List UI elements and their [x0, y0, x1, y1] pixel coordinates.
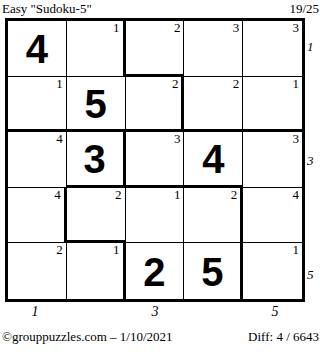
corner-number: 3 [174, 131, 181, 146]
corner-number: 2 [231, 187, 238, 202]
corner-number: 2 [115, 187, 122, 202]
cell-r4c5[interactable]: 4 [243, 188, 302, 244]
corner-number: 1 [174, 187, 181, 202]
cell-r1c5[interactable]: 3 [243, 21, 302, 77]
cell-r5c5[interactable]: 1 [243, 243, 302, 299]
titlebar: Easy "Sudoku-5" 19/25 [0, 0, 320, 16]
cell-r3c1[interactable]: 4 [8, 132, 67, 188]
row-label-5: 5 [307, 267, 319, 282]
cell-r5c1[interactable]: 2 [8, 243, 67, 299]
cell-r4c1[interactable]: 4 [8, 188, 67, 244]
col-label-3: 3 [145, 304, 165, 320]
cell-r4c2[interactable]: 2 [67, 188, 126, 244]
corner-number: 4 [292, 187, 299, 202]
col-label-5: 5 [265, 304, 285, 320]
cell-r1c3[interactable]: 2 [126, 21, 185, 77]
row-label-3: 3 [307, 153, 319, 168]
row-label-1: 1 [307, 39, 319, 54]
corner-number: 1 [113, 242, 120, 257]
cell-r2c4[interactable]: 2 [184, 77, 243, 133]
corner-number: 3 [233, 20, 240, 35]
big-digit: 2 [143, 250, 165, 292]
big-digit: 3 [84, 137, 106, 179]
cell-r1c4[interactable]: 3 [184, 21, 243, 77]
cell-r5c3[interactable]: 2 [126, 243, 185, 299]
corner-number: 1 [292, 76, 299, 91]
corner-number: 4 [56, 131, 63, 146]
clue-counter: 19/25 [289, 1, 319, 16]
puzzle-page: Easy "Sudoku-5" 19/25 412331522143343421… [0, 0, 320, 355]
cell-r4c4[interactable]: 2 [184, 188, 243, 244]
cell-r2c1[interactable]: 1 [8, 77, 67, 133]
big-digit: 5 [85, 82, 107, 124]
corner-number: 4 [54, 187, 61, 202]
cell-r3c3[interactable]: 3 [126, 132, 185, 188]
corner-number: 3 [292, 20, 299, 35]
cell-r3c5[interactable]: 3 [243, 132, 302, 188]
big-digit: 5 [201, 250, 223, 292]
sudoku-grid: 4123315221433434212421251 [5, 18, 305, 302]
cell-r2c5[interactable]: 1 [243, 77, 302, 133]
corner-number: 2 [174, 20, 181, 35]
difficulty-text: Diff: 4 / 6643 [248, 329, 319, 345]
cell-r5c2[interactable]: 1 [67, 243, 126, 299]
footer: ©grouppuzzles.com – 1/10/2021 Diff: 4 / … [2, 329, 319, 345]
corner-number: 2 [56, 242, 63, 257]
cell-r4c3[interactable]: 1 [126, 188, 185, 244]
cell-r1c2[interactable]: 1 [67, 21, 126, 77]
cell-r3c4[interactable]: 4 [184, 132, 243, 188]
corner-number: 3 [292, 131, 299, 146]
cell-r3c2[interactable]: 3 [67, 132, 126, 188]
cell-r1c1[interactable]: 4 [8, 21, 67, 77]
copyright-text: ©grouppuzzles.com – 1/10/2021 [2, 329, 173, 345]
big-digit: 4 [26, 27, 48, 69]
cell-r5c4[interactable]: 5 [184, 243, 243, 299]
corner-number: 2 [172, 76, 179, 91]
puzzle-title: Easy "Sudoku-5" [2, 1, 92, 16]
big-digit: 4 [202, 137, 224, 179]
corner-number: 1 [113, 20, 120, 35]
corner-number: 1 [292, 242, 299, 257]
corner-number: 2 [233, 76, 240, 91]
cell-r2c3[interactable]: 2 [126, 77, 185, 133]
col-label-1: 1 [25, 304, 45, 320]
cell-r2c2[interactable]: 5 [67, 77, 126, 133]
corner-number: 1 [56, 76, 63, 91]
